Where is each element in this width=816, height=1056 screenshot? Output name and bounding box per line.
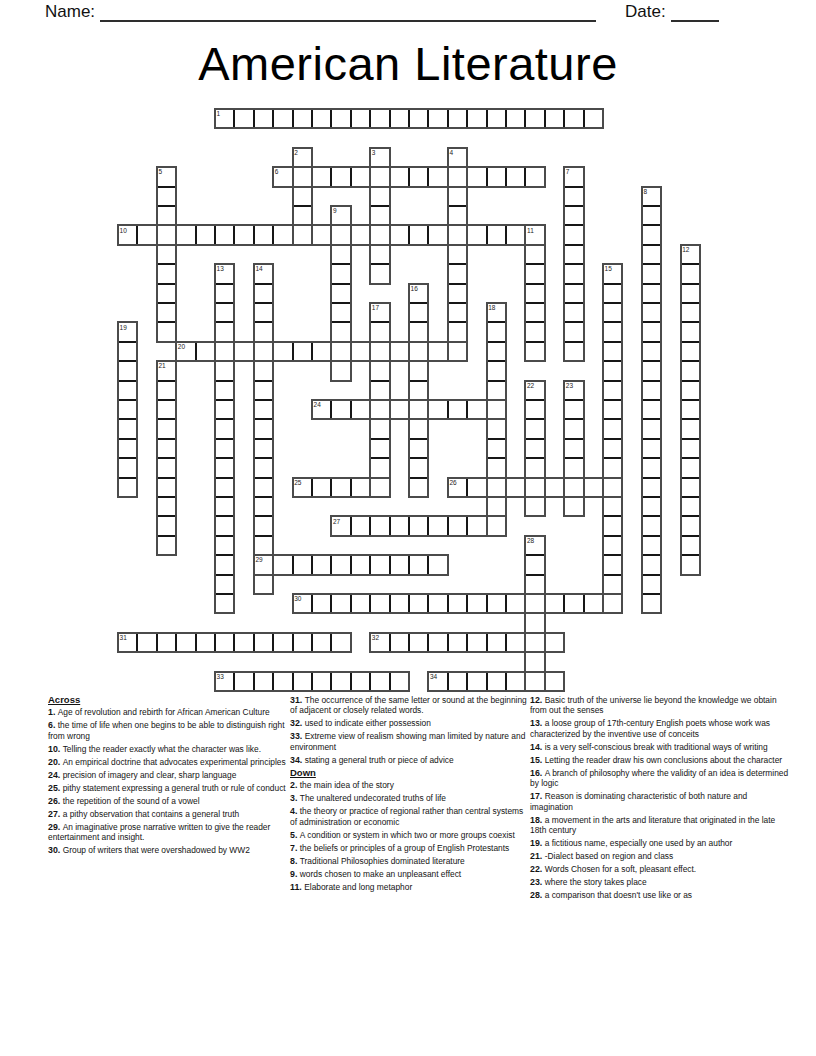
- grid-cell[interactable]: [351, 225, 370, 244]
- grid-cell[interactable]: [351, 167, 370, 186]
- grid-cell[interactable]: [157, 439, 176, 458]
- grid-cell[interactable]: [118, 478, 137, 497]
- grid-cell[interactable]: [331, 400, 350, 419]
- grid-cell[interactable]: [390, 633, 409, 652]
- grid-cell[interactable]: [681, 322, 700, 341]
- grid-cell[interactable]: [409, 458, 428, 477]
- grid-cell[interactable]: [487, 342, 506, 361]
- grid-cell[interactable]: [681, 536, 700, 555]
- grid-cell[interactable]: [545, 478, 564, 497]
- grid-cell[interactable]: [331, 516, 350, 535]
- grid-cell[interactable]: [312, 400, 331, 419]
- grid-cell[interactable]: [157, 167, 176, 186]
- grid-cell[interactable]: [118, 400, 137, 419]
- grid-cell[interactable]: [370, 361, 389, 380]
- grid-cell[interactable]: [525, 381, 544, 400]
- grid-cell[interactable]: [642, 381, 661, 400]
- grid-cell[interactable]: [428, 555, 447, 574]
- grid-cell[interactable]: [681, 284, 700, 303]
- grid-cell[interactable]: [448, 167, 467, 186]
- grid-cell[interactable]: [409, 555, 428, 574]
- grid-cell[interactable]: [681, 361, 700, 380]
- grid-cell[interactable]: [196, 633, 215, 652]
- grid-cell[interactable]: [390, 594, 409, 613]
- grid-cell[interactable]: [273, 672, 292, 691]
- grid-cell[interactable]: [409, 303, 428, 322]
- grid-cell[interactable]: [525, 284, 544, 303]
- grid-cell[interactable]: [157, 187, 176, 206]
- grid-cell[interactable]: [118, 342, 137, 361]
- grid-cell[interactable]: [254, 497, 273, 516]
- grid-cell[interactable]: [467, 225, 486, 244]
- grid-cell[interactable]: [642, 536, 661, 555]
- grid-cell[interactable]: [642, 419, 661, 438]
- grid-cell[interactable]: [525, 400, 544, 419]
- grid-cell[interactable]: [370, 633, 389, 652]
- grid-cell[interactable]: [487, 478, 506, 497]
- grid-cell[interactable]: [370, 109, 389, 128]
- grid-cell[interactable]: [642, 458, 661, 477]
- grid-cell[interactable]: [467, 109, 486, 128]
- grid-cell[interactable]: [525, 613, 544, 632]
- grid-cell[interactable]: [681, 419, 700, 438]
- grid-cell[interactable]: [254, 439, 273, 458]
- grid-cell[interactable]: [564, 381, 583, 400]
- grid-cell[interactable]: [351, 672, 370, 691]
- grid-cell[interactable]: [157, 381, 176, 400]
- grid-cell[interactable]: [157, 206, 176, 225]
- grid-cell[interactable]: [118, 633, 137, 652]
- grid-cell[interactable]: [390, 516, 409, 535]
- grid-cell[interactable]: [506, 633, 525, 652]
- grid-cell[interactable]: [176, 633, 195, 652]
- grid-cell[interactable]: [564, 187, 583, 206]
- grid-cell[interactable]: [215, 555, 234, 574]
- grid-cell[interactable]: [642, 361, 661, 380]
- grid-cell[interactable]: [487, 419, 506, 438]
- grid-cell[interactable]: [370, 478, 389, 497]
- grid-cell[interactable]: [312, 225, 331, 244]
- grid-cell[interactable]: [370, 303, 389, 322]
- grid-cell[interactable]: [157, 361, 176, 380]
- grid-cell[interactable]: [564, 284, 583, 303]
- grid-cell[interactable]: [564, 206, 583, 225]
- grid-cell[interactable]: [428, 594, 447, 613]
- grid-cell[interactable]: [681, 516, 700, 535]
- grid-cell[interactable]: [525, 264, 544, 283]
- grid-cell[interactable]: [254, 536, 273, 555]
- grid-cell[interactable]: [448, 225, 467, 244]
- grid-cell[interactable]: [215, 400, 234, 419]
- grid-cell[interactable]: [448, 206, 467, 225]
- grid-cell[interactable]: [603, 594, 622, 613]
- grid-cell[interactable]: [525, 575, 544, 594]
- grid-cell[interactable]: [293, 109, 312, 128]
- grid-cell[interactable]: [564, 167, 583, 186]
- grid-cell[interactable]: [506, 109, 525, 128]
- grid-cell[interactable]: [331, 672, 350, 691]
- grid-cell[interactable]: [293, 478, 312, 497]
- grid-cell[interactable]: [254, 419, 273, 438]
- grid-cell[interactable]: [254, 303, 273, 322]
- grid-cell[interactable]: [312, 555, 331, 574]
- grid-cell[interactable]: [428, 672, 447, 691]
- grid-cell[interactable]: [215, 536, 234, 555]
- grid-cell[interactable]: [312, 478, 331, 497]
- grid-cell[interactable]: [409, 322, 428, 341]
- grid-cell[interactable]: [351, 516, 370, 535]
- grid-cell[interactable]: [293, 342, 312, 361]
- grid-cell[interactable]: [215, 225, 234, 244]
- grid-cell[interactable]: [196, 225, 215, 244]
- grid-cell[interactable]: [681, 264, 700, 283]
- grid-cell[interactable]: [234, 633, 253, 652]
- grid-cell[interactable]: [254, 478, 273, 497]
- grid-cell[interactable]: [351, 555, 370, 574]
- grid-cell[interactable]: [331, 594, 350, 613]
- grid-cell[interactable]: [603, 458, 622, 477]
- grid-cell[interactable]: [525, 342, 544, 361]
- grid-cell[interactable]: [448, 187, 467, 206]
- grid-cell[interactable]: [603, 536, 622, 555]
- grid-cell[interactable]: [506, 478, 525, 497]
- grid-cell[interactable]: [176, 342, 195, 361]
- grid-cell[interactable]: [681, 458, 700, 477]
- grid-cell[interactable]: [506, 225, 525, 244]
- grid-cell[interactable]: [448, 284, 467, 303]
- grid-cell[interactable]: [157, 303, 176, 322]
- grid-cell[interactable]: [642, 322, 661, 341]
- grid-cell[interactable]: [157, 633, 176, 652]
- grid-cell[interactable]: [234, 342, 253, 361]
- grid-cell[interactable]: [312, 672, 331, 691]
- grid-cell[interactable]: [370, 206, 389, 225]
- grid-cell[interactable]: [351, 109, 370, 128]
- grid-cell[interactable]: [254, 361, 273, 380]
- grid-cell[interactable]: [603, 264, 622, 283]
- grid-cell[interactable]: [370, 516, 389, 535]
- grid-cell[interactable]: [331, 478, 350, 497]
- grid-cell[interactable]: [448, 303, 467, 322]
- grid-cell[interactable]: [370, 264, 389, 283]
- grid-cell[interactable]: [137, 633, 156, 652]
- grid-cell[interactable]: [564, 322, 583, 341]
- grid-cell[interactable]: [118, 225, 137, 244]
- grid-cell[interactable]: [564, 303, 583, 322]
- grid-cell[interactable]: [525, 439, 544, 458]
- grid-cell[interactable]: [273, 633, 292, 652]
- grid-cell[interactable]: [409, 109, 428, 128]
- grid-cell[interactable]: [215, 575, 234, 594]
- grid-cell[interactable]: [545, 594, 564, 613]
- grid-cell[interactable]: [390, 400, 409, 419]
- grid-cell[interactable]: [603, 478, 622, 497]
- grid-cell[interactable]: [506, 672, 525, 691]
- grid-cell[interactable]: [370, 187, 389, 206]
- grid-cell[interactable]: [331, 284, 350, 303]
- grid-cell[interactable]: [273, 167, 292, 186]
- grid-cell[interactable]: [390, 555, 409, 574]
- grid-cell[interactable]: [448, 633, 467, 652]
- grid-cell[interactable]: [370, 400, 389, 419]
- grid-cell[interactable]: [390, 167, 409, 186]
- grid-cell[interactable]: [409, 225, 428, 244]
- grid-cell[interactable]: [642, 400, 661, 419]
- grid-cell[interactable]: [409, 419, 428, 438]
- grid-cell[interactable]: [331, 225, 350, 244]
- grid-cell[interactable]: [409, 633, 428, 652]
- grid-cell[interactable]: [603, 342, 622, 361]
- grid-cell[interactable]: [215, 322, 234, 341]
- grid-cell[interactable]: [564, 342, 583, 361]
- grid-cell[interactable]: [370, 439, 389, 458]
- grid-cell[interactable]: [428, 225, 447, 244]
- grid-cell[interactable]: [176, 225, 195, 244]
- grid-cell[interactable]: [525, 555, 544, 574]
- grid-cell[interactable]: [293, 187, 312, 206]
- grid-cell[interactable]: [467, 633, 486, 652]
- grid-cell[interactable]: [525, 478, 544, 497]
- grid-cell[interactable]: [564, 109, 583, 128]
- grid-cell[interactable]: [215, 361, 234, 380]
- grid-cell[interactable]: [409, 284, 428, 303]
- grid-cell[interactable]: [254, 633, 273, 652]
- grid-cell[interactable]: [370, 342, 389, 361]
- grid-cell[interactable]: [428, 633, 447, 652]
- grid-cell[interactable]: [118, 322, 137, 341]
- grid-cell[interactable]: [293, 594, 312, 613]
- grid-cell[interactable]: [525, 594, 544, 613]
- grid-cell[interactable]: [157, 419, 176, 438]
- grid-cell[interactable]: [487, 167, 506, 186]
- grid-cell[interactable]: [642, 245, 661, 264]
- grid-cell[interactable]: [487, 439, 506, 458]
- grid-cell[interactable]: [331, 264, 350, 283]
- grid-cell[interactable]: [681, 555, 700, 574]
- grid-cell[interactable]: [487, 400, 506, 419]
- grid-cell[interactable]: [254, 342, 273, 361]
- grid-cell[interactable]: [467, 516, 486, 535]
- grid-cell[interactable]: [293, 148, 312, 167]
- grid-cell[interactable]: [331, 167, 350, 186]
- grid-cell[interactable]: [681, 400, 700, 419]
- grid-cell[interactable]: [487, 672, 506, 691]
- grid-cell[interactable]: [409, 361, 428, 380]
- grid-cell[interactable]: [525, 322, 544, 341]
- grid-cell[interactable]: [487, 381, 506, 400]
- grid-cell[interactable]: [331, 303, 350, 322]
- grid-cell[interactable]: [525, 109, 544, 128]
- grid-cell[interactable]: [603, 419, 622, 438]
- grid-cell[interactable]: [428, 516, 447, 535]
- grid-cell[interactable]: [293, 167, 312, 186]
- grid-cell[interactable]: [681, 303, 700, 322]
- grid-cell[interactable]: [642, 284, 661, 303]
- grid-cell[interactable]: [293, 225, 312, 244]
- grid-cell[interactable]: [603, 439, 622, 458]
- grid-cell[interactable]: [215, 497, 234, 516]
- grid-cell[interactable]: [642, 206, 661, 225]
- grid-cell[interactable]: [603, 303, 622, 322]
- grid-cell[interactable]: [603, 555, 622, 574]
- grid-cell[interactable]: [215, 633, 234, 652]
- grid-cell[interactable]: [312, 342, 331, 361]
- grid-cell[interactable]: [390, 342, 409, 361]
- grid-cell[interactable]: [254, 381, 273, 400]
- grid-cell[interactable]: [448, 342, 467, 361]
- grid-cell[interactable]: [545, 633, 564, 652]
- grid-cell[interactable]: [448, 245, 467, 264]
- grid-cell[interactable]: [273, 342, 292, 361]
- grid-cell[interactable]: [642, 516, 661, 535]
- grid-cell[interactable]: [312, 594, 331, 613]
- grid-cell[interactable]: [273, 109, 292, 128]
- grid-cell[interactable]: [118, 419, 137, 438]
- grid-cell[interactable]: [603, 575, 622, 594]
- grid-cell[interactable]: [448, 264, 467, 283]
- grid-cell[interactable]: [467, 672, 486, 691]
- grid-cell[interactable]: [215, 303, 234, 322]
- grid-cell[interactable]: [467, 167, 486, 186]
- grid-cell[interactable]: [584, 478, 603, 497]
- grid-cell[interactable]: [254, 555, 273, 574]
- grid-cell[interactable]: [487, 361, 506, 380]
- grid-cell[interactable]: [390, 109, 409, 128]
- grid-cell[interactable]: [642, 439, 661, 458]
- grid-cell[interactable]: [506, 167, 525, 186]
- grid-cell[interactable]: [215, 264, 234, 283]
- grid-cell[interactable]: [331, 633, 350, 652]
- grid-cell[interactable]: [487, 594, 506, 613]
- grid-cell[interactable]: [564, 225, 583, 244]
- grid-cell[interactable]: [564, 497, 583, 516]
- grid-cell[interactable]: [331, 245, 350, 264]
- grid-cell[interactable]: [428, 109, 447, 128]
- grid-cell[interactable]: [409, 516, 428, 535]
- grid-cell[interactable]: [273, 225, 292, 244]
- grid-cell[interactable]: [390, 672, 409, 691]
- grid-cell[interactable]: [370, 167, 389, 186]
- grid-cell[interactable]: [681, 342, 700, 361]
- grid-cell[interactable]: [525, 652, 544, 671]
- grid-cell[interactable]: [525, 167, 544, 186]
- grid-cell[interactable]: [681, 381, 700, 400]
- grid-cell[interactable]: [351, 478, 370, 497]
- grid-cell[interactable]: [642, 264, 661, 283]
- grid-cell[interactable]: [525, 672, 544, 691]
- grid-cell[interactable]: [370, 458, 389, 477]
- grid-cell[interactable]: [487, 322, 506, 341]
- grid-cell[interactable]: [487, 458, 506, 477]
- grid-cell[interactable]: [564, 458, 583, 477]
- grid-cell[interactable]: [215, 381, 234, 400]
- grid-cell[interactable]: [215, 478, 234, 497]
- grid-cell[interactable]: [370, 555, 389, 574]
- grid-cell[interactable]: [487, 225, 506, 244]
- grid-cell[interactable]: [409, 381, 428, 400]
- grid-cell[interactable]: [331, 361, 350, 380]
- grid-cell[interactable]: [157, 245, 176, 264]
- grid-cell[interactable]: [157, 458, 176, 477]
- grid-cell[interactable]: [545, 672, 564, 691]
- grid-cell[interactable]: [448, 478, 467, 497]
- grid-cell[interactable]: [642, 187, 661, 206]
- grid-cell[interactable]: [428, 400, 447, 419]
- grid-cell[interactable]: [351, 342, 370, 361]
- grid-cell[interactable]: [215, 342, 234, 361]
- grid-cell[interactable]: [487, 497, 506, 516]
- grid-cell[interactable]: [467, 478, 486, 497]
- grid-cell[interactable]: [487, 303, 506, 322]
- grid-cell[interactable]: [370, 322, 389, 341]
- grid-cell[interactable]: [584, 109, 603, 128]
- grid-cell[interactable]: [525, 536, 544, 555]
- grid-cell[interactable]: [525, 303, 544, 322]
- grid-cell[interactable]: [215, 458, 234, 477]
- grid-cell[interactable]: [254, 284, 273, 303]
- grid-cell[interactable]: [157, 497, 176, 516]
- grid-cell[interactable]: [157, 516, 176, 535]
- grid-cell[interactable]: [254, 109, 273, 128]
- grid-cell[interactable]: [157, 322, 176, 341]
- grid-cell[interactable]: [642, 497, 661, 516]
- grid-cell[interactable]: [448, 109, 467, 128]
- grid-cell[interactable]: [215, 419, 234, 438]
- grid-cell[interactable]: [448, 594, 467, 613]
- grid-cell[interactable]: [487, 516, 506, 535]
- grid-cell[interactable]: [215, 439, 234, 458]
- grid-cell[interactable]: [254, 516, 273, 535]
- grid-cell[interactable]: [409, 594, 428, 613]
- grid-cell[interactable]: [487, 633, 506, 652]
- grid-cell[interactable]: [254, 458, 273, 477]
- grid-cell[interactable]: [293, 555, 312, 574]
- grid-cell[interactable]: [370, 381, 389, 400]
- grid-cell[interactable]: [564, 478, 583, 497]
- grid-cell[interactable]: [370, 245, 389, 264]
- grid-cell[interactable]: [157, 264, 176, 283]
- grid-cell[interactable]: [293, 672, 312, 691]
- grid-cell[interactable]: [331, 322, 350, 341]
- grid-cell[interactable]: [409, 439, 428, 458]
- grid-cell[interactable]: [370, 148, 389, 167]
- grid-cell[interactable]: [157, 284, 176, 303]
- grid-cell[interactable]: [467, 400, 486, 419]
- grid-cell[interactable]: [525, 497, 544, 516]
- grid-cell[interactable]: [642, 342, 661, 361]
- grid-cell[interactable]: [157, 536, 176, 555]
- grid-cell[interactable]: [409, 478, 428, 497]
- grid-cell[interactable]: [681, 497, 700, 516]
- grid-cell[interactable]: [564, 594, 583, 613]
- grid-cell[interactable]: [273, 555, 292, 574]
- grid-cell[interactable]: [215, 284, 234, 303]
- grid-cell[interactable]: [293, 633, 312, 652]
- grid-cell[interactable]: [448, 516, 467, 535]
- grid-cell[interactable]: [137, 225, 156, 244]
- grid-cell[interactable]: [448, 400, 467, 419]
- grid-cell[interactable]: [254, 225, 273, 244]
- grid-cell[interactable]: [312, 167, 331, 186]
- grid-cell[interactable]: [681, 245, 700, 264]
- grid-cell[interactable]: [331, 555, 350, 574]
- grid-cell[interactable]: [681, 478, 700, 497]
- grid-cell[interactable]: [118, 458, 137, 477]
- grid-cell[interactable]: [603, 516, 622, 535]
- grid-cell[interactable]: [525, 458, 544, 477]
- grid-cell[interactable]: [331, 206, 350, 225]
- grid-cell[interactable]: [642, 225, 661, 244]
